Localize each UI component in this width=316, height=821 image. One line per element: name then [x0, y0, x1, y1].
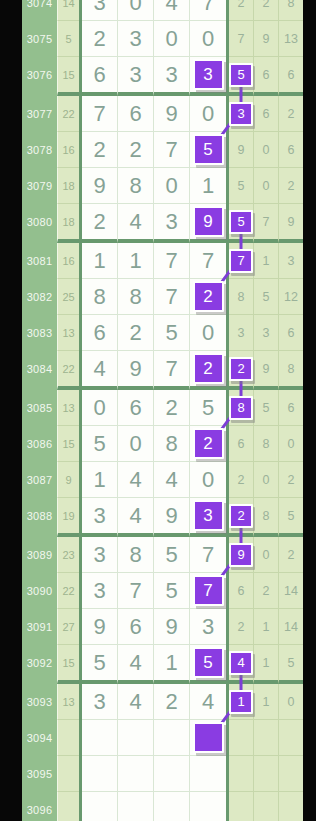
digit-cell: 6 [118, 390, 154, 426]
miss-cell: 5 [279, 645, 303, 684]
miss-cell: 1 [254, 645, 279, 684]
miss-cell: 5 [254, 279, 279, 315]
miss-cell: 3 [254, 315, 279, 351]
table-row: 3091 27 9 6 9 3 2 1 14 [22, 609, 303, 645]
issue-cell: 3081 [22, 243, 57, 279]
sum-cell: 25 [57, 279, 79, 315]
issue-cell: 3082 [22, 279, 57, 315]
miss-cell: 6 [229, 573, 254, 609]
digit-cell: 1 [118, 243, 154, 279]
miss-cell: 1 [254, 609, 279, 645]
table-row: 3090 22 3 7 5 7 6 2 14 [22, 573, 303, 609]
highlight-box-small: 8 [229, 396, 253, 420]
table-row: 3088 19 3 4 9 3 2 8 5 [22, 498, 303, 537]
digit-cell: 0 [154, 168, 190, 204]
digit-cell: 3 [154, 204, 190, 243]
digit-cell: 2 [82, 21, 118, 57]
miss-cell: 0 [254, 537, 279, 573]
digit-cell: 5 [82, 645, 118, 684]
highlight-box-big: 5 [193, 134, 224, 165]
digit-cell: 2 [118, 132, 154, 168]
digit-cell: 7 [190, 0, 226, 21]
digit-cell [190, 720, 226, 756]
miss-cell [279, 792, 303, 821]
highlight-box-big: 3 [193, 59, 224, 90]
table-row: 3082 25 8 8 7 2 8 5 12 [22, 279, 303, 315]
sum-cell: 15 [57, 57, 79, 96]
miss-cell: 0 [254, 168, 279, 204]
highlight-box-big: 3 [193, 500, 224, 531]
sum-cell: 27 [57, 609, 79, 645]
digit-cell [154, 756, 190, 792]
highlight-box-big: 5 [193, 647, 224, 678]
digit-cell: 7 [154, 351, 190, 390]
digit-cell [190, 756, 226, 792]
digit-cell: 9 [154, 96, 190, 132]
highlight-box-big: 7 [193, 575, 224, 606]
highlight-box-small: 2 [229, 357, 253, 381]
digit-cell: 7 [154, 243, 190, 279]
miss-cell: 6 [279, 132, 303, 168]
miss-cell: 1 [254, 684, 279, 720]
digit-cell: 4 [118, 684, 154, 720]
miss-cell: 2 [229, 498, 254, 537]
issue-cell: 3094 [22, 720, 57, 756]
digit-cell [118, 720, 154, 756]
miss-cell: 13 [279, 21, 303, 57]
miss-cell: 2 [279, 96, 303, 132]
issue-cell: 3090 [22, 573, 57, 609]
digit-cell: 3 [118, 21, 154, 57]
miss-cell: 6 [254, 57, 279, 96]
table-row: 3084 22 4 9 7 2 2 9 8 [22, 351, 303, 390]
digit-cell: 2 [118, 315, 154, 351]
miss-cell: 9 [254, 21, 279, 57]
digit-cell: 9 [190, 204, 226, 243]
table-row: 3077 22 7 6 9 0 3 6 2 [22, 96, 303, 132]
miss-cell: 8 [229, 390, 254, 426]
sum-cell: 16 [57, 243, 79, 279]
digit-cell: 1 [190, 168, 226, 204]
digit-cell: 9 [154, 498, 190, 537]
issue-cell: 3096 [22, 792, 57, 821]
digit-cell: 8 [118, 279, 154, 315]
highlight-box-small: 5 [229, 63, 253, 87]
miss-cell: 1 [229, 684, 254, 720]
digit-cell: 1 [154, 645, 190, 684]
digit-cell [190, 792, 226, 821]
table-row: 3085 13 0 6 2 5 8 5 6 [22, 390, 303, 426]
sum-cell [57, 756, 79, 792]
miss-cell: 9 [229, 132, 254, 168]
digit-cell: 4 [82, 351, 118, 390]
digit-cell: 8 [118, 168, 154, 204]
highlight-box-big: 2 [193, 428, 224, 459]
digit-cell: 4 [118, 645, 154, 684]
miss-cell: 8 [254, 498, 279, 537]
digit-cell: 8 [82, 279, 118, 315]
digit-cell: 6 [118, 609, 154, 645]
digit-cell: 3 [82, 498, 118, 537]
digit-cell: 4 [190, 684, 226, 720]
digit-cell: 3 [190, 57, 226, 96]
digit-cell: 4 [118, 462, 154, 498]
digit-cell [154, 720, 190, 756]
digit-cell: 0 [190, 21, 226, 57]
miss-cell: 2 [254, 0, 279, 21]
highlight-box-big: 2 [193, 281, 224, 312]
issue-cell: 3076 [22, 57, 57, 96]
digit-cell [118, 792, 154, 821]
miss-cell: 5 [229, 57, 254, 96]
highlight-box-big [193, 722, 224, 753]
miss-cell: 6 [229, 426, 254, 462]
issue-cell: 3093 [22, 684, 57, 720]
table-row: 3095 [22, 756, 303, 792]
table-row: 3096 [22, 792, 303, 821]
issue-cell: 3092 [22, 645, 57, 684]
digit-cell: 9 [82, 168, 118, 204]
table-row: 3079 18 9 8 0 1 5 0 2 [22, 168, 303, 204]
miss-cell: 5 [229, 168, 254, 204]
miss-cell [229, 792, 254, 821]
issue-cell: 3086 [22, 426, 57, 462]
miss-cell: 7 [254, 204, 279, 243]
digit-cell: 4 [154, 462, 190, 498]
miss-cell: 8 [279, 0, 303, 21]
digit-cell: 0 [118, 426, 154, 462]
highlight-box-small: 5 [229, 210, 253, 234]
issue-cell: 3079 [22, 168, 57, 204]
miss-cell: 14 [279, 609, 303, 645]
digit-cell [82, 756, 118, 792]
sum-cell: 15 [57, 645, 79, 684]
miss-cell: 0 [254, 132, 279, 168]
digit-cell: 5 [190, 645, 226, 684]
digit-cell: 7 [154, 132, 190, 168]
miss-cell [254, 792, 279, 821]
digit-cell: 3 [190, 609, 226, 645]
issue-cell: 3095 [22, 756, 57, 792]
digit-cell: 0 [190, 96, 226, 132]
digit-cell: 3 [82, 537, 118, 573]
sum-cell: 15 [57, 426, 79, 462]
digit-cell: 6 [118, 96, 154, 132]
issue-cell: 3088 [22, 498, 57, 537]
miss-cell: 0 [279, 426, 303, 462]
miss-cell: 9 [279, 204, 303, 243]
miss-cell: 8 [254, 426, 279, 462]
digit-cell: 6 [82, 315, 118, 351]
issue-cell: 3083 [22, 315, 57, 351]
highlight-box-small: 1 [229, 690, 253, 714]
miss-cell: 2 [229, 609, 254, 645]
digit-cell: 8 [154, 426, 190, 462]
sum-cell: 18 [57, 204, 79, 243]
table-row: 3092 15 5 4 1 5 4 1 5 [22, 645, 303, 684]
digit-cell: 9 [154, 609, 190, 645]
miss-cell: 6 [279, 390, 303, 426]
issue-cell: 3087 [22, 462, 57, 498]
digit-cell: 5 [154, 537, 190, 573]
sum-cell: 13 [57, 390, 79, 426]
miss-cell [229, 720, 254, 756]
miss-cell: 8 [279, 351, 303, 390]
digit-cell: 2 [190, 426, 226, 462]
miss-cell [279, 756, 303, 792]
issue-cell: 3074 [22, 0, 57, 21]
digit-cell: 7 [190, 573, 226, 609]
sum-cell: 13 [57, 315, 79, 351]
digit-cell: 7 [154, 279, 190, 315]
highlight-box-small: 7 [229, 249, 253, 273]
digit-cell [118, 756, 154, 792]
miss-cell [229, 756, 254, 792]
digit-cell [82, 792, 118, 821]
sum-cell: 14 [57, 0, 79, 21]
digit-cell: 4 [118, 498, 154, 537]
miss-cell: 14 [279, 573, 303, 609]
digit-cell: 2 [154, 390, 190, 426]
table-row: 3083 13 6 2 5 0 3 3 6 [22, 315, 303, 351]
miss-cell: 3 [229, 96, 254, 132]
digit-cell [82, 720, 118, 756]
miss-cell: 2 [279, 537, 303, 573]
highlight-box-big: 2 [193, 353, 224, 384]
digit-cell: 7 [118, 573, 154, 609]
digit-cell [154, 792, 190, 821]
digit-cell: 3 [118, 57, 154, 96]
issue-cell: 3080 [22, 204, 57, 243]
issue-cell: 3085 [22, 390, 57, 426]
digit-cell: 5 [82, 426, 118, 462]
miss-cell [254, 720, 279, 756]
miss-cell: 5 [279, 498, 303, 537]
digit-cell: 2 [82, 204, 118, 243]
digit-cell: 2 [190, 351, 226, 390]
digit-cell: 5 [154, 573, 190, 609]
miss-cell: 2 [254, 573, 279, 609]
sum-cell: 19 [57, 498, 79, 537]
sum-cell: 5 [57, 21, 79, 57]
sum-cell [57, 720, 79, 756]
miss-cell: 4 [229, 645, 254, 684]
highlight-box-small: 2 [229, 504, 253, 528]
miss-cell: 6 [279, 57, 303, 96]
digit-cell: 7 [82, 96, 118, 132]
miss-cell: 3 [229, 315, 254, 351]
miss-cell: 9 [254, 351, 279, 390]
digit-cell: 5 [190, 132, 226, 168]
highlight-box-small: 3 [229, 102, 253, 126]
miss-cell: 2 [229, 0, 254, 21]
miss-cell: 1 [254, 243, 279, 279]
digit-cell: 8 [118, 537, 154, 573]
digit-cell: 3 [82, 684, 118, 720]
digit-cell: 0 [118, 0, 154, 21]
digit-cell: 2 [190, 279, 226, 315]
sum-cell: 22 [57, 351, 79, 390]
sum-cell: 18 [57, 168, 79, 204]
lottery-trend-chart: 3074 14 3 0 4 7 2 2 8 3075 5 2 3 0 0 7 9… [22, 0, 303, 821]
digit-cell: 6 [82, 57, 118, 96]
digit-cell: 1 [82, 462, 118, 498]
miss-cell: 8 [229, 279, 254, 315]
digit-cell: 0 [190, 315, 226, 351]
miss-cell: 9 [229, 537, 254, 573]
miss-cell: 7 [229, 243, 254, 279]
issue-cell: 3084 [22, 351, 57, 390]
digit-cell: 7 [190, 537, 226, 573]
miss-cell: 3 [279, 243, 303, 279]
miss-cell: 7 [229, 21, 254, 57]
trend-grid: 3074 14 3 0 4 7 2 2 8 3075 5 2 3 0 0 7 9… [22, 0, 303, 821]
miss-cell: 5 [229, 204, 254, 243]
digit-cell: 3 [82, 0, 118, 21]
table-row: 3086 15 5 0 8 2 6 8 0 [22, 426, 303, 462]
miss-cell: 2 [229, 351, 254, 390]
miss-cell: 2 [229, 462, 254, 498]
miss-cell [279, 720, 303, 756]
digit-cell: 7 [190, 243, 226, 279]
highlight-box-small: 9 [229, 543, 253, 567]
highlight-box-big: 9 [193, 206, 224, 237]
sum-cell: 13 [57, 684, 79, 720]
digit-cell: 2 [154, 684, 190, 720]
table-row: 3078 16 2 2 7 5 9 0 6 [22, 132, 303, 168]
table-row: 3094 [22, 720, 303, 756]
digit-cell: 0 [154, 21, 190, 57]
table-row: 3087 9 1 4 4 0 2 0 2 [22, 462, 303, 498]
miss-cell: 6 [279, 315, 303, 351]
table-row: 3081 16 1 1 7 7 7 1 3 [22, 243, 303, 279]
miss-cell: 0 [279, 684, 303, 720]
sum-cell: 9 [57, 462, 79, 498]
issue-cell: 3078 [22, 132, 57, 168]
issue-cell: 3075 [22, 21, 57, 57]
sum-cell [57, 792, 79, 821]
table-row: 3093 13 3 4 2 4 1 1 0 [22, 684, 303, 720]
miss-cell: 0 [254, 462, 279, 498]
table-row: 3076 15 6 3 3 3 5 6 6 [22, 57, 303, 96]
sum-cell: 23 [57, 537, 79, 573]
highlight-box-small: 4 [229, 651, 253, 675]
digit-cell: 2 [82, 132, 118, 168]
sum-cell: 16 [57, 132, 79, 168]
digit-cell: 1 [82, 243, 118, 279]
issue-cell: 3077 [22, 96, 57, 132]
digit-cell: 4 [154, 0, 190, 21]
digit-cell: 3 [190, 498, 226, 537]
sum-cell: 22 [57, 573, 79, 609]
digit-cell: 0 [82, 390, 118, 426]
table-row: 3089 23 3 8 5 7 9 0 2 [22, 537, 303, 573]
issue-cell: 3091 [22, 609, 57, 645]
digit-cell: 3 [154, 57, 190, 96]
table-row: 3075 5 2 3 0 0 7 9 13 [22, 21, 303, 57]
sum-cell: 22 [57, 96, 79, 132]
miss-cell: 2 [279, 462, 303, 498]
digit-cell: 4 [118, 204, 154, 243]
miss-cell [254, 756, 279, 792]
table-row: 3080 18 2 4 3 9 5 7 9 [22, 204, 303, 243]
digit-cell: 9 [82, 609, 118, 645]
table-row: 3074 14 3 0 4 7 2 2 8 [22, 0, 303, 21]
issue-cell: 3089 [22, 537, 57, 573]
miss-cell: 12 [279, 279, 303, 315]
digit-cell: 0 [190, 462, 226, 498]
miss-cell: 2 [279, 168, 303, 204]
digit-cell: 3 [82, 573, 118, 609]
miss-cell: 5 [254, 390, 279, 426]
digit-cell: 9 [118, 351, 154, 390]
digit-cell: 5 [154, 315, 190, 351]
digit-cell: 5 [190, 390, 226, 426]
miss-cell: 6 [254, 96, 279, 132]
